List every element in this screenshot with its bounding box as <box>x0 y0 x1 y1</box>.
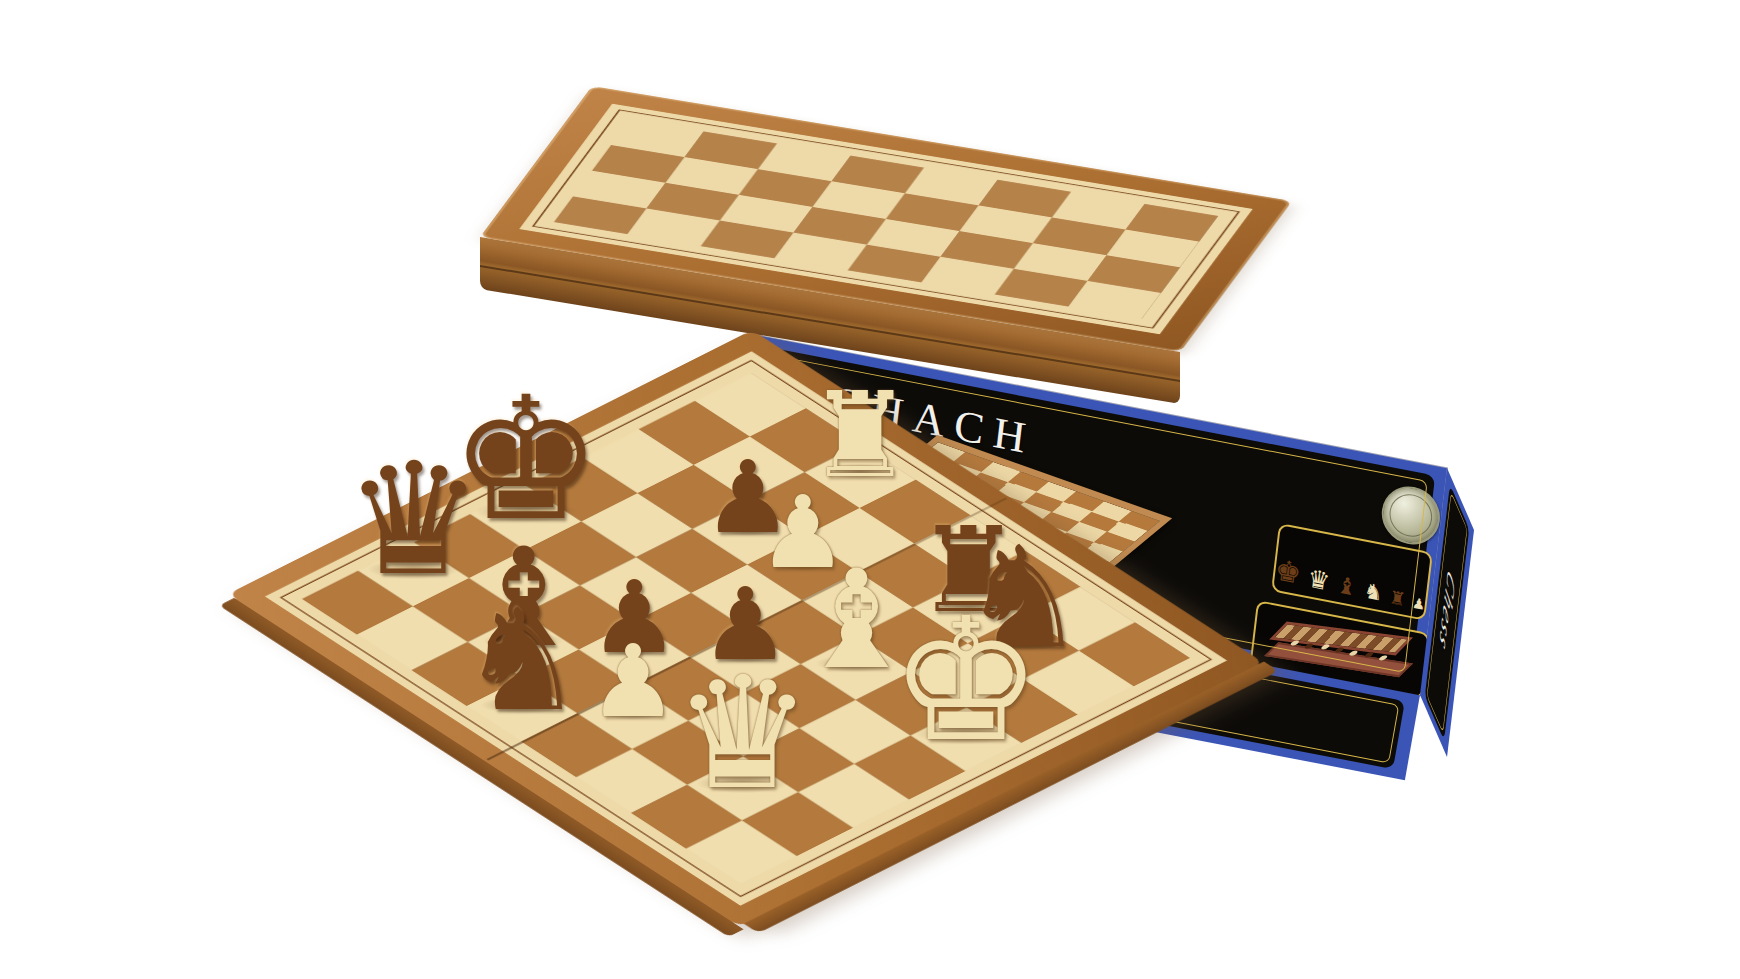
box-art-piece-icon-dark-rook: ♜ <box>1388 588 1407 609</box>
product-photo-scene: SCHACH ♜♟♟♞♛♟♝♟ ♚♛♝♞♜♟ Chess <box>0 0 1740 979</box>
gold-seal-medallion-icon <box>1379 482 1443 550</box>
box-side-title-chess: Chess <box>1437 561 1458 664</box>
box-art-piece-icon-dark-king: ♚ <box>1273 555 1302 588</box>
box-art-piece-icon-dark-bishop: ♝ <box>1335 573 1358 600</box>
box-art-piece-icon-light-queen: ♛ <box>1306 566 1331 595</box>
box-art-piece-icon-light-knight: ♞ <box>1363 580 1384 604</box>
box-art-piece-icon-light-pawn: ♟ <box>1411 596 1426 613</box>
